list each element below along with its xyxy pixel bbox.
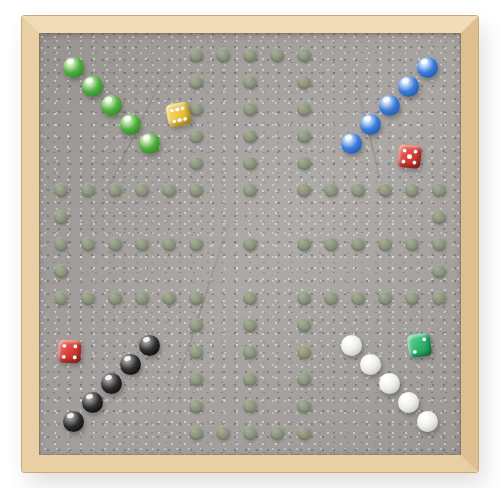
die-pip [169,107,174,112]
die-pip [61,343,65,347]
die-pip [413,149,418,154]
die-pip [421,336,426,341]
die-red-top-right[interactable] [396,143,421,168]
board-felt [39,33,461,455]
die-pip [177,117,182,122]
die-pip [180,105,185,110]
die-green-bottom-right[interactable] [406,332,432,358]
die-pip [72,355,76,359]
die-pip [171,118,176,123]
die-pip [61,354,65,358]
die-yellow-top-left[interactable] [164,100,191,127]
die-pip [412,349,417,354]
die-pip [174,106,179,111]
dice-layer [39,33,461,455]
die-pip [402,147,407,152]
die-pip [73,343,77,347]
die-red-bottom-left[interactable] [57,339,81,363]
die-pip [182,116,187,121]
die-pip [400,159,405,164]
die-pip [412,160,417,165]
board-photo [0,0,500,488]
game-board [22,16,478,472]
die-pip [407,154,412,159]
